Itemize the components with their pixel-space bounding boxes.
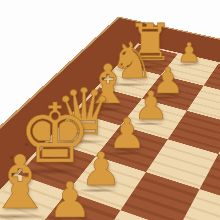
board-squares <box>0 45 220 220</box>
board-frame <box>0 16 220 220</box>
chessboard-photo: ♜♞♝♛♚♝♟♟♟♟♟♟ <box>0 0 220 220</box>
frame-dot-1 <box>25 143 28 146</box>
frame-dot-2 <box>10 156 13 159</box>
